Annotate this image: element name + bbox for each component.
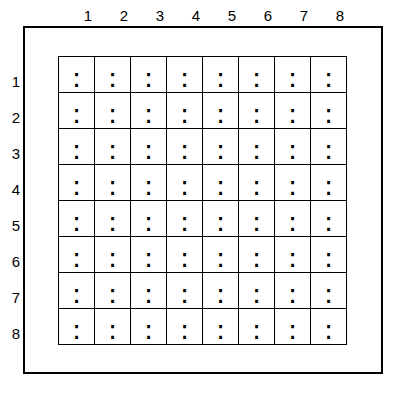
cell-r8-c1[interactable]: : (58, 308, 94, 344)
colon-mark: : (180, 242, 189, 273)
colon-mark: : (180, 62, 189, 93)
column-label-7: 7 (293, 8, 315, 24)
cell-r4-c6[interactable]: : (238, 164, 274, 200)
colon-mark: : (72, 314, 81, 345)
colon-mark: : (144, 98, 153, 129)
colon-mark: : (288, 206, 297, 237)
cell-r3-c4[interactable]: : (166, 128, 202, 164)
colon-mark: : (324, 170, 333, 201)
cell-r4-c7[interactable]: : (274, 164, 310, 200)
cell-r2-c1[interactable]: : (58, 92, 94, 128)
cell-r6-c4[interactable]: : (166, 236, 202, 272)
colon-mark: : (108, 206, 117, 237)
cell-r6-c6[interactable]: : (238, 236, 274, 272)
cell-r5-c3[interactable]: : (130, 200, 166, 236)
colon-mark: : (180, 170, 189, 201)
colon-mark: : (252, 314, 261, 345)
cell-r1-c2[interactable]: : (94, 56, 130, 92)
colon-mark: : (72, 98, 81, 129)
colon-mark: : (108, 98, 117, 129)
cell-r8-c7[interactable]: : (274, 308, 310, 344)
colon-mark: : (216, 278, 225, 309)
colon-mark: : (180, 314, 189, 345)
colon-mark: : (108, 170, 117, 201)
cell-r3-c2[interactable]: : (94, 128, 130, 164)
colon-mark: : (144, 278, 153, 309)
row-label-8: 8 (6, 326, 26, 342)
colon-mark: : (216, 170, 225, 201)
colon-mark: : (72, 278, 81, 309)
row-label-4: 4 (6, 182, 26, 198)
colon-mark: : (108, 134, 117, 165)
colon-mark: : (252, 98, 261, 129)
cell-r6-c1[interactable]: : (58, 236, 94, 272)
cell-r7-c5[interactable]: : (202, 272, 238, 308)
colon-mark: : (324, 62, 333, 93)
cell-r2-c3[interactable]: : (130, 92, 166, 128)
colon-mark: : (324, 242, 333, 273)
cell-r1-c5[interactable]: : (202, 56, 238, 92)
row-label-2: 2 (6, 110, 26, 126)
cell-r3-c1[interactable]: : (58, 128, 94, 164)
row-label-3: 3 (6, 146, 26, 162)
cell-r5-c5[interactable]: : (202, 200, 238, 236)
colon-mark: : (108, 278, 117, 309)
colon-mark: : (180, 278, 189, 309)
column-label-8: 8 (329, 8, 351, 24)
column-label-6: 6 (257, 8, 279, 24)
colon-mark: : (288, 278, 297, 309)
colon-mark: : (288, 314, 297, 345)
cell-r8-c4[interactable]: : (166, 308, 202, 344)
cell-r5-c2[interactable]: : (94, 200, 130, 236)
colon-mark: : (72, 62, 81, 93)
colon-mark: : (216, 314, 225, 345)
cell-r6-c2[interactable]: : (94, 236, 130, 272)
colon-mark: : (108, 242, 117, 273)
colon-mark: : (144, 206, 153, 237)
cell-r1-c4[interactable]: : (166, 56, 202, 92)
cell-r4-c2[interactable]: : (94, 164, 130, 200)
cell-r1-c3[interactable]: : (130, 56, 166, 92)
cell-r8-c2[interactable]: : (94, 308, 130, 344)
cell-r2-c8[interactable]: : (310, 92, 346, 128)
cell-r8-c8[interactable]: : (310, 308, 346, 344)
colon-mark: : (288, 62, 297, 93)
row-label-7: 7 (6, 290, 26, 306)
colon-mark: : (108, 62, 117, 93)
colon-mark: : (324, 98, 333, 129)
cell-r4-c5[interactable]: : (202, 164, 238, 200)
colon-mark: : (72, 170, 81, 201)
colon-mark: : (108, 314, 117, 345)
cell-r2-c4[interactable]: : (166, 92, 202, 128)
board-diagram: 12345678 12345678 ::::::::::::::::::::::… (0, 0, 406, 400)
cell-r5-c4[interactable]: : (166, 200, 202, 236)
cell-r5-c6[interactable]: : (238, 200, 274, 236)
colon-mark: : (324, 134, 333, 165)
cell-r7-c8[interactable]: : (310, 272, 346, 308)
cell-r4-c3[interactable]: : (130, 164, 166, 200)
column-label-3: 3 (149, 8, 171, 24)
colon-mark: : (324, 206, 333, 237)
cell-r4-c8[interactable]: : (310, 164, 346, 200)
colon-mark: : (288, 134, 297, 165)
colon-mark: : (216, 98, 225, 129)
cell-r6-c5[interactable]: : (202, 236, 238, 272)
colon-mark: : (144, 62, 153, 93)
cell-r1-c1[interactable]: : (58, 56, 94, 92)
cell-r2-c2[interactable]: : (94, 92, 130, 128)
board-grid: ::::::::::::::::::::::::::::::::::::::::… (58, 56, 347, 345)
colon-mark: : (252, 170, 261, 201)
cell-r4-c1[interactable]: : (58, 164, 94, 200)
cell-r8-c3[interactable]: : (130, 308, 166, 344)
cell-r2-c7[interactable]: : (274, 92, 310, 128)
colon-mark: : (180, 134, 189, 165)
colon-mark: : (144, 170, 153, 201)
cell-r4-c4[interactable]: : (166, 164, 202, 200)
colon-mark: : (216, 134, 225, 165)
colon-mark: : (144, 134, 153, 165)
cell-r3-c6[interactable]: : (238, 128, 274, 164)
cell-r8-c5[interactable]: : (202, 308, 238, 344)
cell-r1-c7[interactable]: : (274, 56, 310, 92)
cell-r1-c6[interactable]: : (238, 56, 274, 92)
cell-r7-c1[interactable]: : (58, 272, 94, 308)
colon-mark: : (252, 242, 261, 273)
column-label-4: 4 (185, 8, 207, 24)
cell-r5-c7[interactable]: : (274, 200, 310, 236)
row-label-6: 6 (6, 254, 26, 270)
colon-mark: : (144, 242, 153, 273)
colon-mark: : (324, 278, 333, 309)
colon-mark: : (180, 98, 189, 129)
cell-r6-c8[interactable]: : (310, 236, 346, 272)
cell-r7-c2[interactable]: : (94, 272, 130, 308)
cell-r3-c7[interactable]: : (274, 128, 310, 164)
cell-r2-c6[interactable]: : (238, 92, 274, 128)
cell-r7-c4[interactable]: : (166, 272, 202, 308)
cell-r7-c3[interactable]: : (130, 272, 166, 308)
cell-r5-c1[interactable]: : (58, 200, 94, 236)
column-label-2: 2 (113, 8, 135, 24)
cell-r8-c6[interactable]: : (238, 308, 274, 344)
cell-r3-c3[interactable]: : (130, 128, 166, 164)
colon-mark: : (252, 62, 261, 93)
colon-mark: : (144, 314, 153, 345)
colon-mark: : (72, 242, 81, 273)
cell-r2-c5[interactable]: : (202, 92, 238, 128)
column-label-5: 5 (221, 8, 243, 24)
cell-r1-c8[interactable]: : (310, 56, 346, 92)
colon-mark: : (252, 134, 261, 165)
colon-mark: : (72, 134, 81, 165)
cell-r3-c8[interactable]: : (310, 128, 346, 164)
colon-mark: : (252, 206, 261, 237)
colon-mark: : (180, 206, 189, 237)
cell-r7-c7[interactable]: : (274, 272, 310, 308)
colon-mark: : (216, 242, 225, 273)
colon-mark: : (216, 206, 225, 237)
row-label-1: 1 (6, 74, 26, 90)
colon-mark: : (324, 314, 333, 345)
cell-r7-c6[interactable]: : (238, 272, 274, 308)
column-label-1: 1 (77, 8, 99, 24)
colon-mark: : (216, 62, 225, 93)
cell-r3-c5[interactable]: : (202, 128, 238, 164)
colon-mark: : (288, 170, 297, 201)
row-label-5: 5 (6, 218, 26, 234)
colon-mark: : (72, 206, 81, 237)
cell-r6-c3[interactable]: : (130, 236, 166, 272)
colon-mark: : (252, 278, 261, 309)
cell-r5-c8[interactable]: : (310, 200, 346, 236)
colon-mark: : (288, 98, 297, 129)
cell-r6-c7[interactable]: : (274, 236, 310, 272)
colon-mark: : (288, 242, 297, 273)
